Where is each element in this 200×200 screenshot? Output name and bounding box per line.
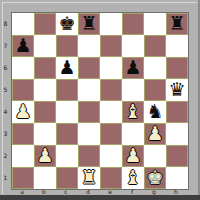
piece-white-pawn[interactable]: ♟ <box>14 102 31 121</box>
square-c8[interactable]: ♚ <box>56 13 78 35</box>
square-f5[interactable] <box>122 79 144 101</box>
rank-label-7: 7 <box>0 34 11 56</box>
file-label-d: d <box>77 188 99 195</box>
square-b2[interactable]: ♟ <box>34 145 56 167</box>
square-e6[interactable] <box>100 57 122 79</box>
square-h8[interactable]: ♜ <box>166 13 188 35</box>
file-label-b: b <box>33 188 55 195</box>
square-h2[interactable] <box>166 145 188 167</box>
square-f2[interactable]: ♟ <box>122 145 144 167</box>
square-d6[interactable] <box>78 57 100 79</box>
file-labels: abcdefgh <box>11 188 187 195</box>
piece-black-rook[interactable]: ♜ <box>80 14 97 33</box>
square-a8[interactable] <box>12 13 34 35</box>
square-c3[interactable] <box>56 123 78 145</box>
square-h7[interactable] <box>166 35 188 57</box>
piece-black-pawn[interactable]: ♟ <box>124 58 141 77</box>
chess-app-window: 87654321 ♚♜♜♟♟♟♛♟♝♞♟♟♟♜♝♚ abcdefgh <box>0 0 200 200</box>
square-f4[interactable]: ♝ <box>122 101 144 123</box>
square-b8[interactable] <box>34 13 56 35</box>
rank-label-6: 6 <box>0 56 11 78</box>
piece-white-pawn[interactable]: ♟ <box>146 124 163 143</box>
square-g6[interactable] <box>144 57 166 79</box>
file-label-f: f <box>121 188 143 195</box>
rank-labels: 87654321 <box>0 12 11 188</box>
square-a2[interactable] <box>12 145 34 167</box>
rank-label-2: 2 <box>0 144 11 166</box>
square-e7[interactable] <box>100 35 122 57</box>
square-a4[interactable]: ♟ <box>12 101 34 123</box>
piece-black-king[interactable]: ♚ <box>58 14 75 33</box>
piece-black-queen[interactable]: ♛ <box>168 80 185 99</box>
frame-bevel-highlight-top <box>2 2 197 3</box>
square-d8[interactable]: ♜ <box>78 13 100 35</box>
square-f1[interactable]: ♝ <box>122 167 144 189</box>
square-c1[interactable] <box>56 167 78 189</box>
rank-label-5: 5 <box>0 78 11 100</box>
square-e5[interactable] <box>100 79 122 101</box>
square-c2[interactable] <box>56 145 78 167</box>
square-g4[interactable]: ♞ <box>144 101 166 123</box>
rank-label-4: 4 <box>0 100 11 122</box>
square-b1[interactable] <box>34 167 56 189</box>
piece-black-pawn[interactable]: ♟ <box>14 36 31 55</box>
square-b5[interactable] <box>34 79 56 101</box>
square-d4[interactable] <box>78 101 100 123</box>
piece-white-rook[interactable]: ♜ <box>80 168 97 187</box>
file-label-g: g <box>143 188 165 195</box>
square-g1[interactable]: ♚ <box>144 167 166 189</box>
square-h1[interactable] <box>166 167 188 189</box>
piece-black-rook[interactable]: ♜ <box>168 14 185 33</box>
square-e1[interactable] <box>100 167 122 189</box>
square-f7[interactable] <box>122 35 144 57</box>
rank-label-8: 8 <box>0 12 11 34</box>
piece-white-pawn[interactable]: ♟ <box>36 146 53 165</box>
square-g7[interactable] <box>144 35 166 57</box>
square-c6[interactable]: ♟ <box>56 57 78 79</box>
square-a6[interactable] <box>12 57 34 79</box>
square-b7[interactable] <box>34 35 56 57</box>
square-h4[interactable] <box>166 101 188 123</box>
square-d5[interactable] <box>78 79 100 101</box>
chess-board[interactable]: ♚♜♜♟♟♟♛♟♝♞♟♟♟♜♝♚ <box>11 12 189 190</box>
frame-bevel-shadow-right <box>198 0 200 200</box>
piece-white-pawn[interactable]: ♟ <box>124 146 141 165</box>
square-a3[interactable] <box>12 123 34 145</box>
square-d1[interactable]: ♜ <box>78 167 100 189</box>
square-h6[interactable] <box>166 57 188 79</box>
square-b6[interactable] <box>34 57 56 79</box>
square-e4[interactable] <box>100 101 122 123</box>
square-h3[interactable] <box>166 123 188 145</box>
square-g2[interactable] <box>144 145 166 167</box>
square-b3[interactable] <box>34 123 56 145</box>
square-e8[interactable] <box>100 13 122 35</box>
square-d7[interactable] <box>78 35 100 57</box>
square-g8[interactable] <box>144 13 166 35</box>
square-f3[interactable] <box>122 123 144 145</box>
square-h5[interactable]: ♛ <box>166 79 188 101</box>
piece-black-pawn[interactable]: ♟ <box>58 58 75 77</box>
piece-white-king[interactable]: ♚ <box>146 168 163 187</box>
piece-white-bishop[interactable]: ♝ <box>124 102 141 121</box>
square-e2[interactable] <box>100 145 122 167</box>
square-d3[interactable] <box>78 123 100 145</box>
square-c7[interactable] <box>56 35 78 57</box>
square-b4[interactable] <box>34 101 56 123</box>
square-c4[interactable] <box>56 101 78 123</box>
square-c5[interactable] <box>56 79 78 101</box>
file-label-a: a <box>11 188 33 195</box>
square-a1[interactable] <box>12 167 34 189</box>
square-f6[interactable]: ♟ <box>122 57 144 79</box>
square-g3[interactable]: ♟ <box>144 123 166 145</box>
piece-white-bishop[interactable]: ♝ <box>124 168 141 187</box>
square-d2[interactable] <box>78 145 100 167</box>
file-label-c: c <box>55 188 77 195</box>
square-a5[interactable] <box>12 79 34 101</box>
file-label-h: h <box>165 188 187 195</box>
square-a7[interactable]: ♟ <box>12 35 34 57</box>
rank-label-1: 1 <box>0 166 11 188</box>
square-f8[interactable] <box>122 13 144 35</box>
rank-label-3: 3 <box>0 122 11 144</box>
square-e3[interactable] <box>100 123 122 145</box>
file-label-e: e <box>99 188 121 195</box>
square-g5[interactable] <box>144 79 166 101</box>
frame-bevel-shadow-bottom <box>0 195 200 200</box>
piece-black-knight[interactable]: ♞ <box>146 102 163 121</box>
